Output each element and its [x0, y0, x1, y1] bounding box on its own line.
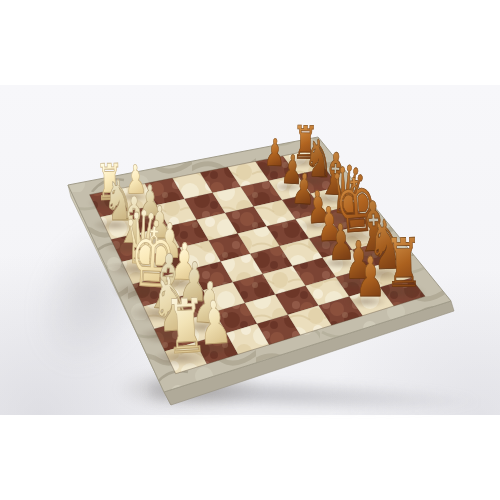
piece-shadow-g2: [180, 320, 226, 334]
piece-shadow-c7: [283, 201, 317, 211]
piece-shadow-e2: [159, 277, 200, 289]
piece-bP-c7: ♟: [287, 167, 321, 211]
piece-shadow-c2: [138, 235, 174, 246]
piece-wP-b2: ♟: [134, 180, 166, 223]
piece-wN-b1: ♞: [98, 174, 140, 230]
piece-bB-f8: ♝: [346, 191, 400, 262]
piece-shadow-e1: [112, 281, 178, 301]
piece-shadow-f7: [319, 257, 359, 269]
piece-wB-c1: ♝: [109, 189, 157, 254]
piece-shadow-e7: [308, 239, 346, 251]
piece-bP-h7: ♟: [350, 251, 391, 306]
piece-bN-g8: ♞: [360, 211, 413, 281]
piece-wP-h2: ♟: [190, 293, 238, 356]
piece-shadow-g7: [334, 276, 376, 289]
piece-shadow-a1: [87, 197, 127, 209]
piece-bP-f7: ♟: [322, 217, 360, 268]
piece-shadow-d7: [298, 220, 334, 231]
piece-wR-h1: ♜: [156, 288, 215, 366]
piece-bK-e8: ♚: [326, 167, 386, 245]
photo-stage: ♜♞♝♛♚♝♞♜♟♟♟♟♟♟♟♟♟♟♟♟♟♟♟♟♜♞♝♛♚♝♞♜: [0, 0, 500, 500]
piece-shadow-g8: [355, 265, 410, 282]
piece-wP-f2: ♟: [172, 255, 214, 311]
piece-shadow-d1: [107, 260, 166, 278]
piece-shadow-g1: [137, 326, 198, 345]
piece-wP-g2: ♟: [185, 274, 231, 333]
piece-shadow-b1: [92, 218, 138, 232]
piece-wP-e2: ♟: [164, 237, 203, 289]
piece-shadow-f1: [128, 304, 189, 323]
piece-shadow-a8: [284, 157, 321, 168]
piece-wP-c2: ♟: [143, 199, 176, 244]
piece-shadow-f2: [167, 299, 210, 312]
piece-shadow-d8: [314, 210, 368, 226]
piece-shadow-b7: [272, 182, 304, 192]
piece-shadow-h2: [188, 341, 236, 356]
piece-shadow-c8: [307, 192, 354, 206]
piece-shadow-c1: [103, 239, 154, 255]
piece-bR-h8: ♜: [378, 230, 429, 298]
piece-shadow-d2: [146, 256, 185, 268]
pieces-layer: ♜♞♝♛♚♝♞♜♟♟♟♟♟♟♟♟♟♟♟♟♟♟♟♟♜♞♝♛♚♝♞♜: [0, 0, 500, 500]
piece-shadow-e8: [323, 227, 383, 245]
piece-wN-g1: ♞: [141, 265, 202, 345]
piece-wR-a1: ♜: [91, 157, 129, 207]
piece-shadow-b2: [130, 214, 164, 224]
piece-bQ-d8: ♛: [321, 156, 375, 226]
piece-shadow-h7: [344, 295, 388, 309]
piece-wK-e1: ♚: [120, 215, 185, 300]
piece-wP-d2: ♟: [151, 218, 187, 266]
piece-bP-d7: ♟: [300, 184, 336, 231]
piece-bP-b7: ♟: [276, 150, 307, 191]
piece-bP-a7: ♟: [261, 134, 290, 172]
piece-shadow-f8: [342, 247, 397, 264]
piece-wQ-d1: ♛: [114, 201, 171, 276]
piece-shadow-h8: [372, 284, 426, 301]
piece-wB-f1: ♝: [136, 243, 198, 323]
piece-bR-a8: ♜: [288, 121, 322, 167]
piece-shadow-a7: [257, 164, 287, 173]
piece-shadow-b8: [293, 175, 335, 188]
piece-shadow-h1: [152, 349, 212, 367]
piece-bB-c8: ♝: [312, 145, 358, 205]
piece-shadow-a2: [117, 192, 149, 202]
piece-bP-e7: ♟: [311, 201, 348, 250]
piece-bP-g7: ♟: [338, 234, 378, 287]
piece-wP-a2: ♟: [120, 161, 151, 202]
piece-bN-b8: ♞: [298, 133, 338, 186]
